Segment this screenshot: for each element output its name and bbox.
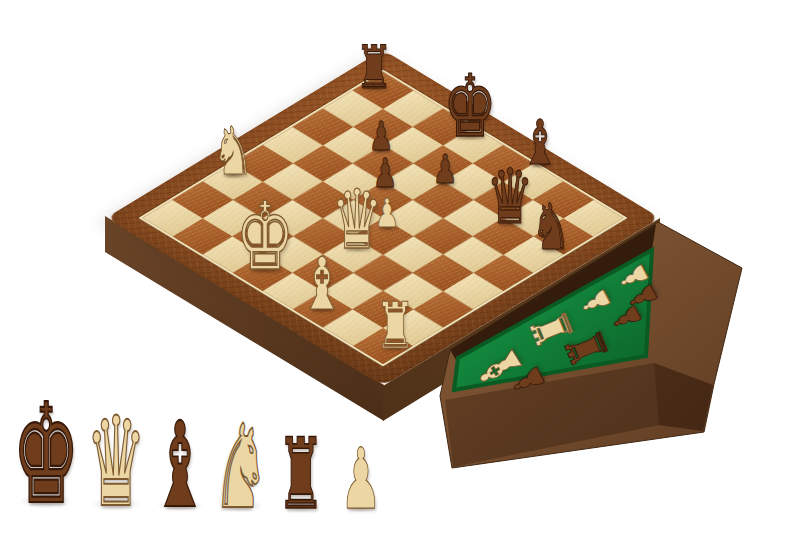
piece-white-knight[interactable]: ♞ (212, 409, 269, 525)
piece-white-queen[interactable]: ♛ (85, 400, 146, 524)
piece-white-king-e1[interactable]: ♚ (236, 190, 295, 284)
piece-black-rook-h8[interactable]: ♜ (355, 37, 393, 97)
piece-white-knight-h4[interactable]: ♞ (212, 119, 253, 185)
pieces-layer: ♜♚♝♟♟♟♛♞♞♟♛♚♝♜♟♟♟♟♜♜♝♟♚♛♝♞♜♟ (0, 0, 800, 534)
piece-black-pawn-d6[interactable]: ♟ (432, 149, 457, 189)
piece-white-bishop-c1[interactable]: ♝ (299, 248, 344, 320)
piece-black-king[interactable]: ♚ (12, 386, 80, 524)
piece-black-bishop[interactable]: ♝ (151, 406, 209, 524)
chess-set-photo: ♜♚♝♟♟♟♛♞♞♟♛♚♝♜♟♟♟♟♜♜♝♟♚♛♝♞♜♟ (0, 0, 800, 534)
piece-black-queen-b6[interactable]: ♛ (486, 159, 534, 235)
piece-black-rook[interactable]: ♜ (277, 425, 325, 523)
piece-white-rook-a1[interactable]: ♜ (375, 294, 415, 358)
piece-black-knight-a6[interactable]: ♞ (531, 195, 571, 259)
piece-white-pawn[interactable]: ♟ (340, 437, 381, 521)
piece-black-king-e8[interactable]: ♚ (443, 63, 497, 149)
